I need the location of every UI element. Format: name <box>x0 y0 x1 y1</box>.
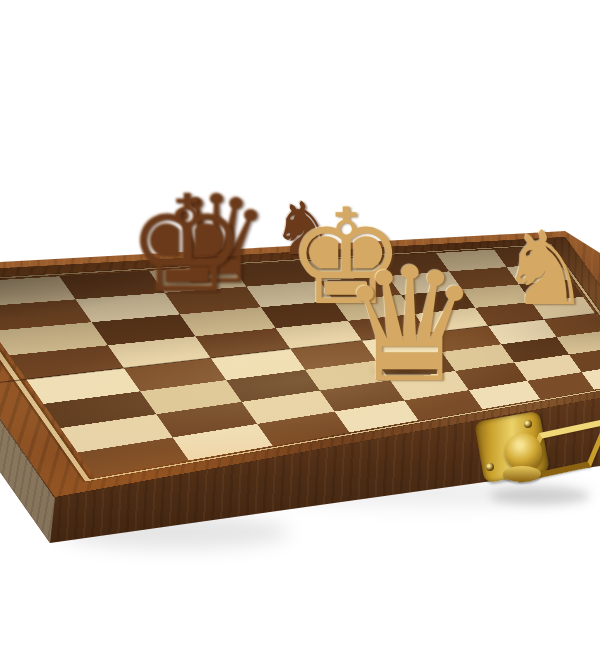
chess-piece-light-knight: ♞ <box>499 218 590 320</box>
chess-piece-dark-king: ♚ <box>127 178 247 312</box>
piece-layer: ♞♛♚♚♞♛ <box>0 0 600 667</box>
product-photo-stage: ♞♛♚♚♞♛ <box>0 0 600 667</box>
chess-piece-light-queen: ♛ <box>339 246 481 404</box>
